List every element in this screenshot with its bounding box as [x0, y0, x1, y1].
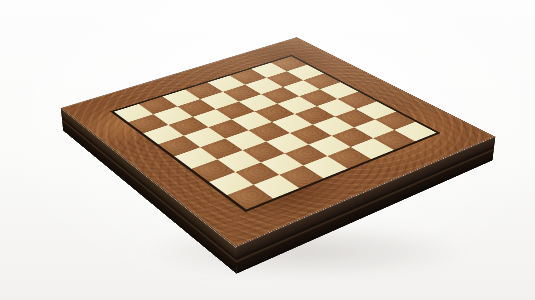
square-b3 [217, 150, 260, 172]
square-a1 [227, 185, 273, 209]
square-a5 [158, 136, 200, 157]
square-d3 [266, 133, 308, 153]
square-b2 [235, 162, 279, 185]
square-c2 [260, 153, 304, 175]
square-a6 [143, 125, 184, 145]
square-g1 [373, 130, 415, 150]
square-d2 [285, 144, 328, 165]
square-d4 [249, 122, 290, 141]
square-b5 [184, 127, 225, 147]
scene [0, 0, 535, 300]
square-c3 [242, 141, 285, 162]
square-a2 [209, 172, 254, 195]
square-e2 [308, 136, 350, 156]
square-a3 [191, 159, 235, 181]
square-b4 [200, 139, 242, 160]
square-e1 [328, 147, 371, 168]
square-c4 [225, 130, 267, 150]
square-b1 [254, 175, 299, 199]
square-g2 [353, 119, 394, 138]
chess-board [61, 37, 496, 247]
board-top-surface [61, 37, 496, 247]
square-h1 [395, 122, 437, 141]
square-e3 [290, 125, 331, 145]
square-c5 [208, 119, 249, 138]
product-photo [0, 0, 535, 300]
square-f1 [351, 138, 394, 159]
square-d1 [304, 156, 348, 178]
square-c1 [279, 165, 324, 188]
square-a4 [174, 147, 217, 168]
square-f2 [331, 127, 373, 147]
